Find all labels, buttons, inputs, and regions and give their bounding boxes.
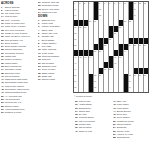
white-square[interactable]: 37 bbox=[144, 44, 148, 50]
white-square[interactable] bbox=[109, 8, 113, 14]
white-square[interactable] bbox=[79, 86, 83, 92]
cell-number: 59 bbox=[74, 80, 76, 82]
white-square[interactable]: 4 bbox=[89, 2, 93, 8]
white-square[interactable] bbox=[79, 62, 83, 68]
cell-number: 25 bbox=[79, 26, 81, 28]
down-clues-column-left: 29 Frozen rain31 Artist's stand33 Spinni… bbox=[75, 100, 111, 150]
black-square bbox=[99, 38, 103, 44]
white-square[interactable]: 59 bbox=[74, 80, 78, 86]
white-square[interactable]: 22 bbox=[124, 20, 128, 26]
black-square bbox=[84, 50, 88, 56]
black-square bbox=[114, 50, 118, 56]
white-square[interactable]: 48 bbox=[114, 62, 118, 68]
white-square[interactable] bbox=[89, 38, 93, 44]
white-square[interactable] bbox=[144, 56, 148, 62]
white-square[interactable]: 1 bbox=[74, 2, 78, 8]
black-square bbox=[94, 8, 98, 14]
white-square[interactable] bbox=[144, 86, 148, 92]
white-square[interactable] bbox=[104, 56, 108, 62]
white-square[interactable] bbox=[124, 8, 128, 14]
white-square[interactable] bbox=[114, 74, 118, 80]
white-square[interactable]: 23 bbox=[129, 20, 133, 26]
white-square[interactable] bbox=[109, 20, 113, 26]
cell-number: 1 bbox=[74, 2, 75, 4]
white-square[interactable] bbox=[94, 38, 98, 44]
white-square[interactable] bbox=[89, 62, 93, 68]
across-clue-list-continued: 61 Content, as a cat62 Tennessee team63 … bbox=[38, 1, 71, 14]
cell-number: 56 bbox=[134, 74, 136, 76]
cell-number: 16 bbox=[134, 8, 136, 10]
white-square[interactable]: 34 bbox=[129, 44, 133, 50]
white-square[interactable] bbox=[79, 14, 83, 20]
white-square[interactable] bbox=[139, 20, 143, 26]
black-square bbox=[99, 68, 103, 74]
white-square[interactable]: 56 bbox=[134, 74, 138, 80]
white-square[interactable]: 35 bbox=[134, 44, 138, 50]
cell-number: 10 bbox=[124, 2, 126, 4]
white-square[interactable]: 26 bbox=[84, 26, 88, 32]
white-square[interactable]: 49 bbox=[74, 68, 78, 74]
white-square[interactable] bbox=[84, 44, 88, 50]
cell-number: 7 bbox=[109, 2, 110, 4]
white-square[interactable]: 61 bbox=[129, 80, 133, 86]
white-square[interactable] bbox=[119, 86, 123, 92]
black-square bbox=[89, 86, 93, 92]
black-square bbox=[94, 2, 98, 8]
white-square[interactable] bbox=[119, 14, 123, 20]
white-square[interactable] bbox=[99, 86, 103, 92]
white-square[interactable]: 7 bbox=[109, 2, 113, 8]
black-square bbox=[124, 80, 128, 86]
black-square bbox=[129, 2, 133, 8]
white-square[interactable]: 54 bbox=[99, 74, 103, 80]
white-square[interactable] bbox=[144, 14, 148, 20]
cell-number: 60 bbox=[94, 80, 96, 82]
white-square[interactable] bbox=[84, 80, 88, 86]
copyright-line: © Creators Syndicate bbox=[74, 95, 92, 97]
white-square[interactable] bbox=[109, 80, 113, 86]
white-square[interactable] bbox=[89, 44, 93, 50]
black-square bbox=[84, 20, 88, 26]
black-square bbox=[134, 38, 138, 44]
white-square[interactable] bbox=[129, 50, 133, 56]
white-square[interactable] bbox=[79, 38, 83, 44]
cell-number: 64 bbox=[129, 86, 131, 88]
white-square[interactable] bbox=[109, 44, 113, 50]
white-square[interactable] bbox=[124, 62, 128, 68]
white-square[interactable] bbox=[84, 8, 88, 14]
cell-number: 29 bbox=[114, 32, 116, 34]
black-square bbox=[124, 44, 128, 50]
white-square[interactable]: 29 bbox=[114, 32, 118, 38]
white-square[interactable] bbox=[114, 14, 118, 20]
black-square bbox=[109, 32, 113, 38]
cell-number: 52 bbox=[74, 74, 76, 76]
white-square[interactable]: 14 bbox=[74, 8, 78, 14]
white-square[interactable] bbox=[114, 8, 118, 14]
white-square[interactable] bbox=[109, 14, 113, 20]
black-square bbox=[104, 62, 108, 68]
white-square[interactable] bbox=[114, 20, 118, 26]
cell-number: 38 bbox=[94, 50, 96, 52]
white-square[interactable] bbox=[89, 14, 93, 20]
black-square bbox=[104, 38, 108, 44]
white-square[interactable] bbox=[99, 32, 103, 38]
white-square[interactable] bbox=[129, 32, 133, 38]
white-square[interactable] bbox=[99, 26, 103, 32]
white-square[interactable]: 39 bbox=[99, 50, 103, 56]
white-square[interactable]: 33 bbox=[104, 44, 108, 50]
white-square[interactable] bbox=[84, 74, 88, 80]
cell-number: 20 bbox=[89, 20, 91, 22]
white-square[interactable]: 8 bbox=[114, 2, 118, 8]
white-square[interactable]: 10 bbox=[124, 2, 128, 8]
clue-item: 58 Compass dir. bbox=[113, 136, 149, 139]
black-square bbox=[109, 62, 113, 68]
white-square[interactable] bbox=[104, 80, 108, 86]
white-square[interactable] bbox=[84, 62, 88, 68]
black-square bbox=[99, 44, 103, 50]
white-square[interactable]: 53 bbox=[94, 74, 98, 80]
white-square[interactable]: 31 bbox=[109, 38, 113, 44]
white-square[interactable]: 52 bbox=[74, 74, 78, 80]
white-square[interactable]: 51 bbox=[109, 68, 113, 74]
white-square[interactable] bbox=[139, 50, 143, 56]
white-square[interactable] bbox=[79, 80, 83, 86]
cell-number: 35 bbox=[134, 44, 136, 46]
white-square[interactable]: 17 bbox=[74, 14, 78, 20]
cell-number: 48 bbox=[114, 62, 116, 64]
cell-number: 21 bbox=[94, 20, 96, 22]
white-square[interactable] bbox=[144, 8, 148, 14]
white-square[interactable] bbox=[144, 62, 148, 68]
cell-number: 58 bbox=[144, 74, 146, 76]
white-square[interactable]: 42 bbox=[79, 56, 83, 62]
white-square[interactable]: 28 bbox=[74, 32, 78, 38]
cell-number: 3 bbox=[84, 2, 85, 4]
white-square[interactable] bbox=[119, 62, 123, 68]
white-square[interactable] bbox=[139, 80, 143, 86]
white-square[interactable]: 32 bbox=[74, 44, 78, 50]
white-square[interactable] bbox=[104, 20, 108, 26]
white-square[interactable] bbox=[94, 68, 98, 74]
white-square[interactable] bbox=[89, 68, 93, 74]
white-square[interactable] bbox=[124, 56, 128, 62]
white-square[interactable] bbox=[124, 68, 128, 74]
white-square[interactable]: 30 bbox=[74, 38, 78, 44]
cell-number: 30 bbox=[74, 38, 76, 40]
black-square bbox=[144, 68, 148, 74]
white-square[interactable] bbox=[84, 32, 88, 38]
white-square[interactable]: 9 bbox=[119, 2, 123, 8]
white-square[interactable] bbox=[119, 38, 123, 44]
cell-number: 12 bbox=[139, 2, 141, 4]
white-square[interactable] bbox=[109, 50, 113, 56]
white-square[interactable]: 36 bbox=[139, 44, 143, 50]
black-square bbox=[109, 56, 113, 62]
white-square[interactable]: 11 bbox=[134, 2, 138, 8]
white-square[interactable] bbox=[79, 74, 83, 80]
cell-number: 46 bbox=[119, 56, 121, 58]
black-square bbox=[134, 68, 138, 74]
white-square[interactable] bbox=[84, 38, 88, 44]
white-square[interactable]: 50 bbox=[104, 68, 108, 74]
black-square bbox=[139, 38, 143, 44]
white-square[interactable]: 45 bbox=[114, 56, 118, 62]
black-square bbox=[79, 20, 83, 26]
cell-number: 4 bbox=[89, 2, 90, 4]
white-square[interactable] bbox=[129, 26, 133, 32]
white-square[interactable] bbox=[139, 62, 143, 68]
white-square[interactable]: 21 bbox=[94, 20, 98, 26]
white-square[interactable]: 15 bbox=[99, 8, 103, 14]
white-square[interactable]: 38 bbox=[94, 50, 98, 56]
black-square bbox=[79, 50, 83, 56]
down-header: DOWN bbox=[38, 14, 71, 18]
white-square[interactable]: 63 bbox=[94, 86, 98, 92]
white-square[interactable]: 62 bbox=[74, 86, 78, 92]
white-square[interactable]: 60 bbox=[94, 80, 98, 86]
cell-number: 14 bbox=[74, 8, 76, 10]
cell-number: 36 bbox=[139, 44, 141, 46]
white-square[interactable] bbox=[89, 8, 93, 14]
cell-number: 62 bbox=[74, 86, 76, 88]
black-square bbox=[89, 80, 93, 86]
white-square[interactable] bbox=[134, 20, 138, 26]
white-square[interactable] bbox=[119, 74, 123, 80]
clue-number: 27 bbox=[38, 78, 41, 81]
white-square[interactable]: 41 bbox=[74, 56, 78, 62]
white-square[interactable] bbox=[79, 32, 83, 38]
cell-number: 27 bbox=[119, 26, 121, 28]
white-square[interactable] bbox=[99, 80, 103, 86]
white-square[interactable] bbox=[84, 14, 88, 20]
black-square bbox=[139, 68, 143, 74]
white-square[interactable] bbox=[104, 26, 108, 32]
black-square bbox=[74, 50, 78, 56]
cell-number: 24 bbox=[74, 26, 76, 28]
white-square[interactable]: 43 bbox=[84, 56, 88, 62]
white-square[interactable] bbox=[104, 32, 108, 38]
white-square[interactable] bbox=[109, 74, 113, 80]
cell-number: 61 bbox=[129, 80, 131, 82]
white-square[interactable] bbox=[119, 80, 123, 86]
black-square bbox=[74, 20, 78, 26]
across-clues-column: ACROSS 1 Sheep sounds5 Lady's escort11 W… bbox=[1, 1, 35, 149]
middle-clues-column: 61 Content, as a cat62 Tennessee team63 … bbox=[38, 1, 71, 149]
cell-number: 19 bbox=[134, 14, 136, 16]
white-square[interactable]: 47 bbox=[74, 62, 78, 68]
white-square[interactable] bbox=[104, 14, 108, 20]
white-square[interactable]: 2 bbox=[79, 2, 83, 8]
black-square bbox=[89, 50, 93, 56]
down-clues-column-right: 41 Story line42 Poker stake43 Luau dance… bbox=[113, 100, 149, 150]
cell-number: 5 bbox=[99, 2, 100, 4]
white-square[interactable] bbox=[139, 56, 143, 62]
crossword-page: { "game": "crossword", "grid_size": "15x… bbox=[0, 0, 150, 150]
white-square[interactable]: 5 bbox=[99, 2, 103, 8]
white-square[interactable] bbox=[104, 86, 108, 92]
black-square bbox=[129, 14, 133, 20]
white-square[interactable] bbox=[139, 8, 143, 14]
cell-number: 13 bbox=[144, 2, 146, 4]
cell-number: 55 bbox=[129, 74, 131, 76]
white-square[interactable]: 13 bbox=[144, 2, 148, 8]
black-square bbox=[144, 38, 148, 44]
white-square[interactable] bbox=[134, 56, 138, 62]
cell-number: 34 bbox=[129, 44, 131, 46]
white-square[interactable] bbox=[99, 62, 103, 68]
cell-number: 9 bbox=[119, 2, 120, 4]
white-square[interactable] bbox=[79, 68, 83, 74]
white-square[interactable] bbox=[134, 80, 138, 86]
cell-number: 17 bbox=[74, 14, 76, 16]
cell-number: 49 bbox=[74, 68, 76, 70]
clue-number: 40 bbox=[75, 130, 78, 133]
white-square[interactable] bbox=[79, 8, 83, 14]
cell-number: 57 bbox=[139, 74, 141, 76]
white-square[interactable] bbox=[94, 26, 98, 32]
white-square[interactable] bbox=[124, 26, 128, 32]
cell-number: 28 bbox=[74, 32, 76, 34]
white-square[interactable] bbox=[79, 44, 83, 50]
black-square bbox=[129, 8, 133, 14]
cell-number: 50 bbox=[104, 68, 106, 70]
white-square[interactable] bbox=[114, 86, 118, 92]
down-clue-list-end: 41 Story line42 Poker stake43 Luau dance… bbox=[113, 100, 149, 139]
white-square[interactable] bbox=[139, 26, 143, 32]
white-square[interactable] bbox=[84, 86, 88, 92]
black-square bbox=[124, 86, 128, 92]
cell-number: 41 bbox=[74, 56, 76, 58]
white-square[interactable] bbox=[124, 14, 128, 20]
white-square[interactable]: 64 bbox=[129, 86, 133, 92]
cell-number: 51 bbox=[109, 68, 111, 70]
white-square[interactable] bbox=[119, 68, 123, 74]
white-square[interactable] bbox=[99, 20, 103, 26]
clue-item: 20 Made for Steely and Ken bbox=[1, 35, 35, 38]
cell-number: 6 bbox=[104, 2, 105, 4]
black-square bbox=[89, 74, 93, 80]
white-square[interactable] bbox=[144, 50, 148, 56]
cell-number: 54 bbox=[99, 74, 101, 76]
white-square[interactable] bbox=[134, 26, 138, 32]
white-square[interactable] bbox=[114, 80, 118, 86]
white-square[interactable]: 55 bbox=[129, 74, 133, 80]
cell-number: 37 bbox=[144, 44, 146, 46]
white-square[interactable] bbox=[144, 26, 148, 32]
crossword-grid[interactable]: 1234567891011121314151617181920212223242… bbox=[73, 1, 149, 93]
white-square[interactable] bbox=[104, 50, 108, 56]
white-square[interactable]: 57 bbox=[139, 74, 143, 80]
white-square[interactable]: 44 bbox=[89, 56, 93, 62]
white-square[interactable] bbox=[124, 38, 128, 44]
white-square[interactable] bbox=[134, 62, 138, 68]
white-square[interactable] bbox=[94, 56, 98, 62]
cell-number: 42 bbox=[79, 56, 81, 58]
white-square[interactable] bbox=[144, 32, 148, 38]
white-square[interactable] bbox=[139, 86, 143, 92]
white-square[interactable] bbox=[89, 32, 93, 38]
white-square[interactable]: 40 bbox=[124, 50, 128, 56]
white-square[interactable] bbox=[134, 50, 138, 56]
white-square[interactable] bbox=[139, 14, 143, 20]
black-square bbox=[109, 26, 113, 32]
cell-number: 15 bbox=[99, 8, 101, 10]
cell-number: 45 bbox=[114, 56, 116, 58]
white-square[interactable] bbox=[119, 8, 123, 14]
black-square bbox=[119, 20, 123, 26]
white-square[interactable] bbox=[99, 56, 103, 62]
white-square[interactable] bbox=[114, 68, 118, 74]
black-square bbox=[124, 74, 128, 80]
white-square[interactable] bbox=[129, 62, 133, 68]
black-square bbox=[94, 14, 98, 20]
white-square[interactable]: 25 bbox=[79, 26, 83, 32]
white-square[interactable]: 16 bbox=[134, 8, 138, 14]
white-square[interactable] bbox=[94, 62, 98, 68]
white-square[interactable] bbox=[114, 44, 118, 50]
white-square[interactable] bbox=[109, 86, 113, 92]
white-square[interactable]: 20 bbox=[89, 20, 93, 26]
cell-number: 63 bbox=[94, 86, 96, 88]
white-square[interactable] bbox=[104, 8, 108, 14]
white-square[interactable] bbox=[139, 32, 143, 38]
white-square[interactable]: 12 bbox=[139, 2, 143, 8]
white-square[interactable] bbox=[129, 68, 133, 74]
cell-number: 39 bbox=[99, 50, 101, 52]
white-square[interactable] bbox=[104, 74, 108, 80]
cell-number: 32 bbox=[74, 44, 76, 46]
clue-number: 58 bbox=[113, 136, 116, 139]
cell-number: 33 bbox=[104, 44, 106, 46]
black-square bbox=[119, 50, 123, 56]
white-square[interactable] bbox=[144, 80, 148, 86]
white-square[interactable] bbox=[114, 38, 118, 44]
white-square[interactable] bbox=[119, 32, 123, 38]
cell-number: 8 bbox=[114, 2, 115, 4]
clue-item: 27 Takes a chair bbox=[38, 78, 71, 81]
white-square[interactable] bbox=[134, 86, 138, 92]
clue-number: 60 bbox=[1, 111, 4, 114]
white-square[interactable]: 18 bbox=[99, 14, 103, 20]
black-square bbox=[114, 26, 118, 32]
white-square[interactable]: 46 bbox=[119, 56, 123, 62]
white-square[interactable]: 58 bbox=[144, 74, 148, 80]
white-square[interactable] bbox=[144, 20, 148, 26]
black-square bbox=[119, 44, 123, 50]
cell-number: 11 bbox=[134, 2, 136, 4]
white-square[interactable]: 6 bbox=[104, 2, 108, 8]
across-clue-list: 1 Sheep sounds5 Lady's escort11 Wd. book… bbox=[1, 6, 35, 114]
cell-number: 18 bbox=[99, 14, 101, 16]
cell-number: 47 bbox=[74, 62, 76, 64]
white-square[interactable]: 3 bbox=[84, 2, 88, 8]
white-square[interactable]: 24 bbox=[74, 26, 78, 32]
white-square[interactable] bbox=[129, 56, 133, 62]
white-square[interactable] bbox=[124, 32, 128, 38]
cell-number: 2 bbox=[79, 2, 80, 4]
clue-item: 60 Testified in court bbox=[1, 111, 35, 114]
white-square[interactable] bbox=[89, 26, 93, 32]
cell-number: 40 bbox=[124, 50, 126, 52]
down-clue-list: 1 Scrooge's cry2 Picnic pest3 Picture of… bbox=[38, 19, 71, 81]
white-square[interactable] bbox=[84, 68, 88, 74]
white-square[interactable]: 27 bbox=[119, 26, 123, 32]
white-square[interactable] bbox=[94, 32, 98, 38]
white-square[interactable] bbox=[134, 32, 138, 38]
white-square[interactable]: 19 bbox=[134, 14, 138, 20]
